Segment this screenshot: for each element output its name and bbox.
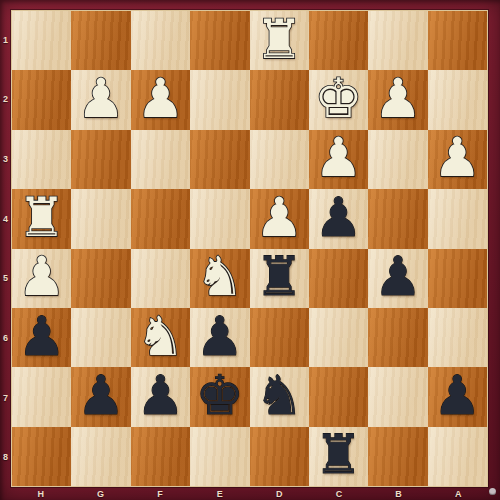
file-label-e: E xyxy=(190,487,250,500)
rank-label-2: 2 xyxy=(0,70,11,130)
square-h4[interactable]: ♜ xyxy=(12,189,71,248)
file-label-a: A xyxy=(428,487,488,500)
square-d7[interactable]: ♞ xyxy=(250,367,309,426)
square-g8[interactable] xyxy=(71,427,130,486)
file-label-f: F xyxy=(130,487,190,500)
square-d1[interactable]: ♜ xyxy=(250,11,309,70)
square-b1[interactable] xyxy=(368,11,427,70)
file-label-d: D xyxy=(250,487,310,500)
square-d6[interactable] xyxy=(250,308,309,367)
square-c5[interactable] xyxy=(309,249,368,308)
white-pawn-g2[interactable]: ♟ xyxy=(77,72,125,126)
white-knight-f6[interactable]: ♞ xyxy=(136,310,184,364)
square-h1[interactable] xyxy=(12,11,71,70)
square-c8[interactable]: ♜ xyxy=(309,427,368,486)
square-f2[interactable]: ♟ xyxy=(131,70,190,129)
black-rook-d5[interactable]: ♜ xyxy=(255,250,303,304)
board: ♜♟♟♚♟♟♟♜♟♟♟♞♜♟♟♞♟♟♟♚♞♟♜ xyxy=(11,10,488,487)
square-b2[interactable]: ♟ xyxy=(368,70,427,129)
file-labels: HGFEDCBA xyxy=(11,487,488,500)
square-c3[interactable]: ♟ xyxy=(309,130,368,189)
square-e5[interactable]: ♞ xyxy=(190,249,249,308)
square-d3[interactable] xyxy=(250,130,309,189)
square-f3[interactable] xyxy=(131,130,190,189)
square-b3[interactable] xyxy=(368,130,427,189)
square-c1[interactable] xyxy=(309,11,368,70)
square-f5[interactable] xyxy=(131,249,190,308)
black-pawn-c4[interactable]: ♟ xyxy=(314,191,362,245)
square-h5[interactable]: ♟ xyxy=(12,249,71,308)
rank-label-4: 4 xyxy=(0,189,11,249)
rank-label-1: 1 xyxy=(0,10,11,70)
square-e8[interactable] xyxy=(190,427,249,486)
square-e6[interactable]: ♟ xyxy=(190,308,249,367)
black-pawn-h6[interactable]: ♟ xyxy=(17,310,65,364)
rank-label-8: 8 xyxy=(0,427,11,487)
black-pawn-b5[interactable]: ♟ xyxy=(374,250,422,304)
black-pawn-g7[interactable]: ♟ xyxy=(77,369,125,423)
square-g6[interactable] xyxy=(71,308,130,367)
square-e2[interactable] xyxy=(190,70,249,129)
square-g3[interactable] xyxy=(71,130,130,189)
square-f7[interactable]: ♟ xyxy=(131,367,190,426)
black-pawn-a7[interactable]: ♟ xyxy=(433,369,481,423)
square-a1[interactable] xyxy=(428,11,487,70)
square-g4[interactable] xyxy=(71,189,130,248)
corner-dot xyxy=(489,488,496,495)
rank-label-5: 5 xyxy=(0,249,11,309)
square-a6[interactable] xyxy=(428,308,487,367)
file-label-g: G xyxy=(71,487,131,500)
white-pawn-f2[interactable]: ♟ xyxy=(136,72,184,126)
square-a7[interactable]: ♟ xyxy=(428,367,487,426)
square-f1[interactable] xyxy=(131,11,190,70)
rank-label-6: 6 xyxy=(0,308,11,368)
square-b6[interactable] xyxy=(368,308,427,367)
square-a5[interactable] xyxy=(428,249,487,308)
file-label-h: H xyxy=(11,487,71,500)
square-c2[interactable]: ♚ xyxy=(309,70,368,129)
chess-board-frame: 12345678 ♜♟♟♚♟♟♟♜♟♟♟♞♜♟♟♞♟♟♟♚♞♟♜ HGFEDCB… xyxy=(0,0,500,500)
file-label-c: C xyxy=(309,487,369,500)
square-e3[interactable] xyxy=(190,130,249,189)
black-pawn-e6[interactable]: ♟ xyxy=(196,310,244,364)
square-f6[interactable]: ♞ xyxy=(131,308,190,367)
square-b8[interactable] xyxy=(368,427,427,486)
square-e1[interactable] xyxy=(190,11,249,70)
square-h7[interactable] xyxy=(12,367,71,426)
square-g5[interactable] xyxy=(71,249,130,308)
square-b5[interactable]: ♟ xyxy=(368,249,427,308)
white-pawn-d4[interactable]: ♟ xyxy=(255,191,303,245)
white-pawn-b2[interactable]: ♟ xyxy=(374,72,422,126)
white-rook-d1[interactable]: ♜ xyxy=(255,13,303,67)
square-c4[interactable]: ♟ xyxy=(309,189,368,248)
rank-label-3: 3 xyxy=(0,129,11,189)
square-h8[interactable] xyxy=(12,427,71,486)
square-c7[interactable] xyxy=(309,367,368,426)
white-knight-e5[interactable]: ♞ xyxy=(196,250,244,304)
square-g7[interactable]: ♟ xyxy=(71,367,130,426)
square-h2[interactable] xyxy=(12,70,71,129)
square-h3[interactable] xyxy=(12,130,71,189)
square-d2[interactable] xyxy=(250,70,309,129)
square-a3[interactable]: ♟ xyxy=(428,130,487,189)
square-g2[interactable]: ♟ xyxy=(71,70,130,129)
rank-label-7: 7 xyxy=(0,368,11,428)
square-e7[interactable]: ♚ xyxy=(190,367,249,426)
square-a2[interactable] xyxy=(428,70,487,129)
white-king-c2[interactable]: ♚ xyxy=(314,72,362,126)
black-pawn-f7[interactable]: ♟ xyxy=(136,369,184,423)
file-label-b: B xyxy=(369,487,429,500)
square-a4[interactable] xyxy=(428,189,487,248)
black-rook-c8[interactable]: ♜ xyxy=(314,428,362,482)
white-pawn-a3[interactable]: ♟ xyxy=(433,131,481,185)
black-knight-d7[interactable]: ♞ xyxy=(255,369,303,423)
square-g1[interactable] xyxy=(71,11,130,70)
square-f4[interactable] xyxy=(131,189,190,248)
square-d5[interactable]: ♜ xyxy=(250,249,309,308)
square-d8[interactable] xyxy=(250,427,309,486)
square-f8[interactable] xyxy=(131,427,190,486)
white-pawn-c3[interactable]: ♟ xyxy=(314,131,362,185)
square-b4[interactable] xyxy=(368,189,427,248)
black-king-e7[interactable]: ♚ xyxy=(196,369,244,423)
white-rook-h4[interactable]: ♜ xyxy=(17,191,65,245)
square-e4[interactable] xyxy=(190,189,249,248)
square-b7[interactable] xyxy=(368,367,427,426)
square-a8[interactable] xyxy=(428,427,487,486)
square-d4[interactable]: ♟ xyxy=(250,189,309,248)
square-h6[interactable]: ♟ xyxy=(12,308,71,367)
rank-labels: 12345678 xyxy=(0,10,11,487)
white-pawn-h5[interactable]: ♟ xyxy=(17,250,65,304)
square-c6[interactable] xyxy=(309,308,368,367)
